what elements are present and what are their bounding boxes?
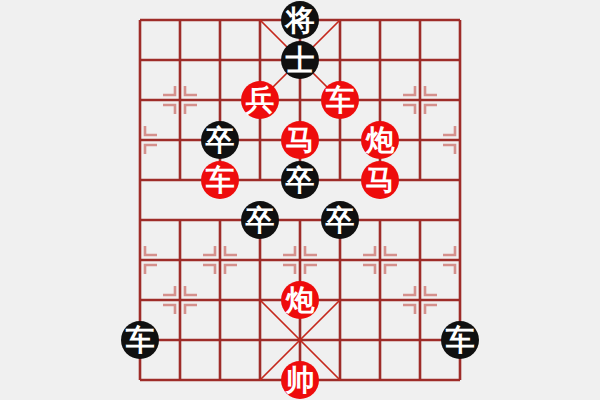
xiangqi-board-screen: 将士兵车卒马炮车卒马卒卒炮车车帅	[0, 0, 600, 400]
piece-black-advisor[interactable]: 士	[281, 41, 319, 79]
piece-black-soldier-4[interactable]: 卒	[321, 201, 359, 239]
piece-red-general[interactable]: 帅	[281, 361, 319, 399]
piece-black-soldier-2[interactable]: 卒	[281, 161, 319, 199]
piece-black-chariot-1[interactable]: 车	[121, 321, 159, 359]
piece-red-horse-1[interactable]: 马	[281, 121, 319, 159]
piece-black-soldier-1[interactable]: 卒	[201, 121, 239, 159]
pieces-layer: 将士兵车卒马炮车卒马卒卒炮车车帅	[120, 0, 480, 400]
piece-red-chariot-1[interactable]: 车	[321, 81, 359, 119]
piece-black-soldier-3[interactable]: 卒	[241, 201, 279, 239]
piece-black-chariot-2[interactable]: 车	[441, 321, 479, 359]
piece-red-horse-2[interactable]: 马	[361, 161, 399, 199]
piece-red-chariot-2[interactable]: 车	[201, 161, 239, 199]
piece-red-cannon-2[interactable]: 炮	[281, 281, 319, 319]
piece-red-soldier-1[interactable]: 兵	[241, 81, 279, 119]
piece-red-cannon-1[interactable]: 炮	[361, 121, 399, 159]
piece-black-general[interactable]: 将	[281, 1, 319, 39]
